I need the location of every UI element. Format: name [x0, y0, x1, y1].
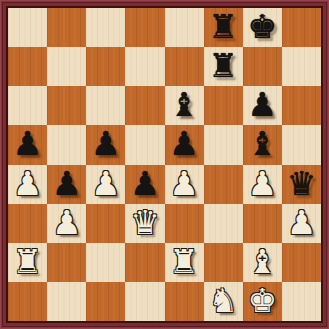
- piece-black-pawn-a5[interactable]: ♟: [13, 127, 43, 160]
- piece-black-rook-f8[interactable]: ♜: [208, 10, 238, 43]
- square-b4[interactable]: ♟: [47, 165, 86, 204]
- piece-white-pawn-c4[interactable]: ♟: [91, 167, 121, 200]
- square-c2[interactable]: [86, 243, 125, 282]
- piece-black-bishop-g5[interactable]: ♝: [248, 127, 278, 160]
- square-d8[interactable]: [125, 8, 164, 47]
- square-d1[interactable]: [125, 282, 164, 321]
- square-e8[interactable]: [165, 8, 204, 47]
- square-a5[interactable]: ♟: [8, 125, 47, 164]
- square-h6[interactable]: [282, 86, 321, 125]
- piece-black-pawn-c5[interactable]: ♟: [91, 127, 121, 160]
- piece-white-pawn-b3[interactable]: ♟: [52, 206, 82, 239]
- square-d3[interactable]: ♛: [125, 204, 164, 243]
- square-c3[interactable]: [86, 204, 125, 243]
- square-f7[interactable]: ♜: [204, 47, 243, 86]
- square-e2[interactable]: ♜: [165, 243, 204, 282]
- square-g3[interactable]: [243, 204, 282, 243]
- square-a2[interactable]: ♜: [8, 243, 47, 282]
- square-g2[interactable]: ♝: [243, 243, 282, 282]
- square-c5[interactable]: ♟: [86, 125, 125, 164]
- square-d4[interactable]: ♟: [125, 165, 164, 204]
- square-a3[interactable]: [8, 204, 47, 243]
- square-f4[interactable]: [204, 165, 243, 204]
- square-a1[interactable]: [8, 282, 47, 321]
- piece-black-bishop-e6[interactable]: ♝: [169, 88, 199, 121]
- square-h8[interactable]: [282, 8, 321, 47]
- square-c7[interactable]: [86, 47, 125, 86]
- square-c6[interactable]: [86, 86, 125, 125]
- square-f1[interactable]: ♞: [204, 282, 243, 321]
- piece-white-rook-a2[interactable]: ♜: [13, 245, 43, 278]
- square-g5[interactable]: ♝: [243, 125, 282, 164]
- square-c4[interactable]: ♟: [86, 165, 125, 204]
- square-g6[interactable]: ♟: [243, 86, 282, 125]
- square-h1[interactable]: [282, 282, 321, 321]
- square-a8[interactable]: [8, 8, 47, 47]
- square-b7[interactable]: [47, 47, 86, 86]
- square-e5[interactable]: ♟: [165, 125, 204, 164]
- square-g7[interactable]: [243, 47, 282, 86]
- square-f8[interactable]: ♜: [204, 8, 243, 47]
- square-h4[interactable]: ♛: [282, 165, 321, 204]
- piece-white-king-g1[interactable]: ♚: [248, 284, 278, 317]
- square-b2[interactable]: [47, 243, 86, 282]
- square-c1[interactable]: [86, 282, 125, 321]
- square-b5[interactable]: [47, 125, 86, 164]
- square-e3[interactable]: [165, 204, 204, 243]
- square-h3[interactable]: ♟: [282, 204, 321, 243]
- square-a4[interactable]: ♟: [8, 165, 47, 204]
- piece-white-pawn-h3[interactable]: ♟: [287, 206, 317, 239]
- square-f2[interactable]: [204, 243, 243, 282]
- piece-white-knight-f1[interactable]: ♞: [208, 284, 238, 317]
- square-f3[interactable]: [204, 204, 243, 243]
- square-b3[interactable]: ♟: [47, 204, 86, 243]
- square-d7[interactable]: [125, 47, 164, 86]
- square-g1[interactable]: ♚: [243, 282, 282, 321]
- square-e4[interactable]: ♟: [165, 165, 204, 204]
- square-g4[interactable]: ♟: [243, 165, 282, 204]
- square-h5[interactable]: [282, 125, 321, 164]
- piece-black-king-g8[interactable]: ♚: [248, 10, 278, 43]
- square-e7[interactable]: [165, 47, 204, 86]
- piece-black-rook-f7[interactable]: ♜: [208, 49, 238, 82]
- piece-black-queen-h4[interactable]: ♛: [287, 167, 317, 200]
- piece-black-pawn-d4[interactable]: ♟: [130, 167, 160, 200]
- piece-white-bishop-g2[interactable]: ♝: [248, 245, 278, 278]
- piece-black-pawn-b4[interactable]: ♟: [52, 167, 82, 200]
- board-frame: ♜♚♜♝♟♟♟♟♝♟♟♟♟♟♟♛♟♛♟♜♜♝♞♚: [0, 0, 329, 329]
- piece-black-pawn-g6[interactable]: ♟: [248, 88, 278, 121]
- piece-white-pawn-g4[interactable]: ♟: [248, 167, 278, 200]
- square-f6[interactable]: [204, 86, 243, 125]
- square-e6[interactable]: ♝: [165, 86, 204, 125]
- square-a7[interactable]: [8, 47, 47, 86]
- chess-board: ♜♚♜♝♟♟♟♟♝♟♟♟♟♟♟♛♟♛♟♜♜♝♞♚: [8, 8, 321, 321]
- square-h2[interactable]: [282, 243, 321, 282]
- square-f5[interactable]: [204, 125, 243, 164]
- square-d6[interactable]: [125, 86, 164, 125]
- piece-white-rook-e2[interactable]: ♜: [169, 245, 199, 278]
- piece-white-pawn-e4[interactable]: ♟: [169, 167, 199, 200]
- square-e1[interactable]: [165, 282, 204, 321]
- square-d5[interactable]: [125, 125, 164, 164]
- square-c8[interactable]: [86, 8, 125, 47]
- square-b8[interactable]: [47, 8, 86, 47]
- piece-white-queen-d3[interactable]: ♛: [130, 206, 160, 239]
- piece-black-pawn-e5[interactable]: ♟: [169, 127, 199, 160]
- square-g8[interactable]: ♚: [243, 8, 282, 47]
- square-b1[interactable]: [47, 282, 86, 321]
- piece-white-pawn-a4[interactable]: ♟: [13, 167, 43, 200]
- square-a6[interactable]: [8, 86, 47, 125]
- square-d2[interactable]: [125, 243, 164, 282]
- square-h7[interactable]: [282, 47, 321, 86]
- square-b6[interactable]: [47, 86, 86, 125]
